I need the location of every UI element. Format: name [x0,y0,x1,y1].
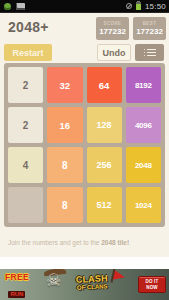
ad-free-run-badge: FREE RUN [5,272,29,300]
restart-button[interactable]: Restart [4,44,52,61]
clock-text: 15:50 [145,2,166,11]
undo-button[interactable]: Undo [97,44,131,61]
tile-r4c4: 1024 [126,187,161,223]
battery-icon [136,2,141,10]
tile-r2c2: 16 [47,107,82,143]
tile-r4c3: 512 [87,187,122,223]
ad-run-text: RUN [8,291,25,298]
tile-r3c1: 4 [8,147,43,183]
tile-r1c3: 64 [87,67,122,103]
red-flag-icon [112,270,126,282]
tile-r1c1: 2 [8,67,43,103]
logo-line2: OF CLANS [76,283,108,292]
goal-hint: Join the numbers and get to the 2048 til… [8,239,129,246]
board-grid[interactable]: 2 32 64 8192 2 16 128 4096 4 8 256 2048 … [4,63,165,227]
tile-r4c2: 8 [47,187,82,223]
menu-button[interactable] [135,44,164,61]
app-notification-icon [4,3,11,10]
skeleton-icon: ☠ [46,270,61,291]
tile-r3c2: 8 [47,147,82,183]
status-bar-right: 15:50 [126,2,166,11]
tile-r2c3: 128 [87,107,122,143]
page-title: 2048+ [8,19,49,35]
ad-banner[interactable]: FREE RUN ☠ CLASH OF CLANS DO IT NOW [0,269,169,300]
tile-r4c1 [8,187,43,223]
no-interruptions-icon [126,3,132,9]
tile-r1c2: 32 [47,67,82,103]
ad-free-text: FREE [5,272,29,282]
tile-r2c1: 2 [8,107,43,143]
tile-r2c4: 4096 [126,107,161,143]
goal-hint-text: Join the numbers and get to the [8,239,101,246]
best-box: BEST 177232 [133,17,166,40]
screenshot-icon [16,3,25,10]
tile-r1c4: 8192 [126,67,161,103]
game-area: 2048+ SCORE 177232 BEST 177232 Restart U… [0,13,169,257]
tile-r3c4: 2048 [126,147,161,183]
ad-cta-button[interactable]: DO IT NOW [138,276,166,293]
list-icon [144,47,156,58]
score-value: 177232 [99,27,126,36]
goal-hint-strong: 2048 tile! [101,239,129,246]
best-value: 177232 [136,27,163,36]
clash-of-clans-logo: CLASH OF CLANS [76,274,109,292]
tile-r3c3: 256 [87,147,122,183]
status-bar: 15:50 [0,0,169,13]
score-box: SCORE 177232 [96,17,129,40]
ad-cta-line2: NOW [146,285,158,291]
